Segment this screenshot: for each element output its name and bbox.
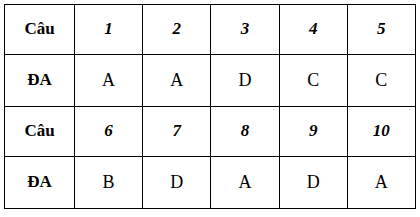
answer-10: A bbox=[347, 156, 415, 208]
table-row-answers-1-5: ĐA A A D C C bbox=[5, 54, 416, 106]
document-page: Câu 1 2 3 4 5 ĐA A A D C C Câu 6 7 8 9 bbox=[0, 0, 420, 217]
answer-8: A bbox=[211, 156, 279, 208]
table-row-answers-6-10: ĐA B D A D A bbox=[5, 156, 416, 208]
row-header-da: ĐA bbox=[5, 156, 75, 208]
answer-1: A bbox=[75, 54, 143, 106]
question-number-8: 8 bbox=[211, 106, 279, 156]
question-number-9: 9 bbox=[279, 106, 347, 156]
answer-3: D bbox=[211, 54, 279, 106]
table-row-questions-6-10: Câu 6 7 8 9 10 bbox=[5, 106, 416, 156]
answer-key-table: Câu 1 2 3 4 5 ĐA A A D C C Câu 6 7 8 9 bbox=[4, 4, 416, 209]
row-header-cau: Câu bbox=[5, 106, 75, 156]
answer-5: C bbox=[347, 54, 415, 106]
row-header-cau: Câu bbox=[5, 5, 75, 55]
question-number-10: 10 bbox=[347, 106, 415, 156]
question-number-3: 3 bbox=[211, 5, 279, 55]
question-number-2: 2 bbox=[143, 5, 211, 55]
row-header-da: ĐA bbox=[5, 54, 75, 106]
question-number-4: 4 bbox=[279, 5, 347, 55]
question-number-1: 1 bbox=[75, 5, 143, 55]
table-row-questions-1-5: Câu 1 2 3 4 5 bbox=[5, 5, 416, 55]
question-number-5: 5 bbox=[347, 5, 415, 55]
answer-4: C bbox=[279, 54, 347, 106]
answer-6: B bbox=[75, 156, 143, 208]
answer-7: D bbox=[143, 156, 211, 208]
answer-9: D bbox=[279, 156, 347, 208]
question-number-7: 7 bbox=[143, 106, 211, 156]
answer-2: A bbox=[143, 54, 211, 106]
question-number-6: 6 bbox=[75, 106, 143, 156]
